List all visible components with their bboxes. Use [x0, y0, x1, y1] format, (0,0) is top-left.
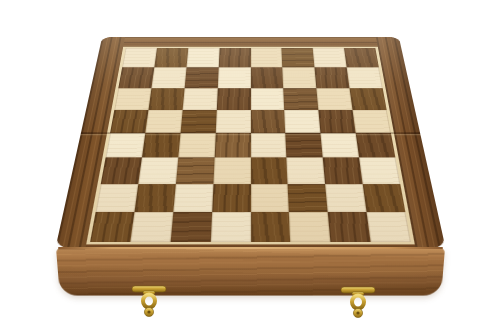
square-e3[interactable] — [251, 158, 288, 184]
square-g5[interactable] — [319, 110, 356, 133]
square-b4[interactable] — [142, 133, 180, 158]
square-g8[interactable] — [313, 48, 347, 67]
square-h1[interactable] — [367, 212, 411, 242]
square-c4[interactable] — [178, 133, 215, 158]
square-d4[interactable] — [214, 133, 250, 158]
square-f4[interactable] — [286, 133, 323, 158]
square-c8[interactable] — [186, 48, 219, 67]
square-h6[interactable] — [350, 88, 387, 110]
square-e4[interactable] — [251, 133, 287, 158]
square-g3[interactable] — [323, 158, 363, 184]
square-b6[interactable] — [148, 88, 184, 110]
square-b3[interactable] — [138, 158, 178, 184]
square-c2[interactable] — [173, 184, 213, 212]
square-f5[interactable] — [285, 110, 321, 133]
square-f6[interactable] — [284, 88, 319, 110]
square-d2[interactable] — [212, 184, 251, 212]
square-b8[interactable] — [154, 48, 188, 67]
square-g4[interactable] — [321, 133, 359, 158]
playing-field — [90, 48, 411, 242]
fold-seam — [81, 132, 421, 134]
square-a3[interactable] — [101, 158, 142, 184]
box-front-panel — [56, 248, 445, 296]
square-h2[interactable] — [363, 184, 406, 212]
square-h5[interactable] — [353, 110, 391, 133]
square-b2[interactable] — [134, 184, 175, 212]
square-d8[interactable] — [218, 48, 250, 67]
square-d5[interactable] — [215, 110, 250, 133]
square-a7[interactable] — [118, 68, 154, 89]
box-edge-highlight — [58, 247, 443, 250]
square-c3[interactable] — [176, 158, 215, 184]
square-d3[interactable] — [213, 158, 250, 184]
square-a8[interactable] — [122, 48, 157, 67]
field-border — [86, 47, 415, 245]
square-f8[interactable] — [282, 48, 315, 67]
square-b5[interactable] — [145, 110, 182, 133]
square-f3[interactable] — [287, 158, 326, 184]
square-d6[interactable] — [216, 88, 250, 110]
square-a1[interactable] — [90, 212, 134, 242]
square-g2[interactable] — [325, 184, 366, 212]
clasp-icon — [338, 286, 378, 320]
square-c1[interactable] — [170, 212, 211, 242]
board-frame-top — [100, 37, 401, 47]
square-f1[interactable] — [289, 212, 330, 242]
square-e6[interactable] — [251, 88, 285, 110]
square-b7[interactable] — [151, 68, 186, 89]
square-c6[interactable] — [182, 88, 217, 110]
square-g6[interactable] — [317, 88, 353, 110]
square-g1[interactable] — [328, 212, 371, 242]
square-e2[interactable] — [251, 184, 290, 212]
square-a4[interactable] — [106, 133, 146, 158]
square-g7[interactable] — [315, 68, 350, 89]
square-h8[interactable] — [344, 48, 379, 67]
square-a5[interactable] — [110, 110, 148, 133]
square-h4[interactable] — [356, 133, 396, 158]
square-e8[interactable] — [251, 48, 283, 67]
square-d7[interactable] — [217, 68, 250, 89]
square-a6[interactable] — [114, 88, 151, 110]
square-c5[interactable] — [180, 110, 216, 133]
square-e7[interactable] — [251, 68, 284, 89]
square-a2[interactable] — [96, 184, 139, 212]
product-photo — [0, 0, 500, 333]
square-h3[interactable] — [359, 158, 400, 184]
square-f7[interactable] — [283, 68, 317, 89]
square-b1[interactable] — [130, 212, 173, 242]
chess-board — [55, 37, 445, 248]
square-e5[interactable] — [251, 110, 286, 133]
square-c7[interactable] — [184, 68, 218, 89]
square-h7[interactable] — [347, 68, 383, 89]
clasp-icon — [129, 285, 169, 319]
square-d1[interactable] — [210, 212, 250, 242]
brass-latch-right — [338, 286, 378, 320]
square-e1[interactable] — [251, 212, 291, 242]
brass-latch-left — [129, 285, 169, 319]
square-f2[interactable] — [288, 184, 328, 212]
